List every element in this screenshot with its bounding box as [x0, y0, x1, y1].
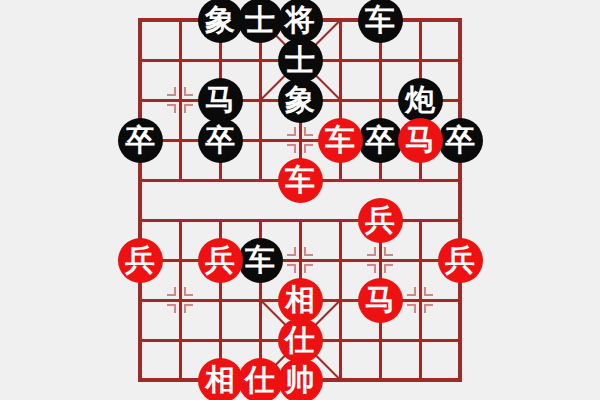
xiangqi-board: 象士将车士马象炮卒卒卒卒车车马车兵兵兵兵相马仕相仕帅 [0, 0, 600, 400]
piece-black-elephant[interactable]: 象 [278, 78, 323, 123]
piece-red-horse[interactable]: 马 [398, 118, 443, 163]
position-marker [184, 87, 193, 96]
position-marker [167, 87, 176, 96]
position-marker [287, 247, 296, 256]
piece-black-advisor[interactable]: 士 [278, 38, 323, 83]
position-marker [304, 247, 313, 256]
position-marker [367, 247, 376, 256]
position-marker [424, 304, 433, 313]
position-marker [167, 287, 176, 296]
piece-red-elephant[interactable]: 相 [278, 278, 323, 323]
position-marker [304, 144, 313, 153]
position-marker [424, 287, 433, 296]
position-marker [167, 104, 176, 113]
piece-red-general[interactable]: 帅 [278, 358, 323, 400]
piece-red-soldier[interactable]: 兵 [118, 238, 163, 283]
piece-black-general[interactable]: 将 [278, 0, 323, 43]
piece-black-soldier[interactable]: 卒 [438, 118, 483, 163]
piece-black-advisor[interactable]: 士 [238, 0, 283, 43]
piece-black-horse[interactable]: 马 [198, 78, 243, 123]
piece-red-elephant[interactable]: 相 [198, 358, 243, 400]
piece-red-soldier[interactable]: 兵 [358, 198, 403, 243]
piece-black-elephant[interactable]: 象 [198, 0, 243, 43]
piece-red-horse[interactable]: 马 [358, 278, 403, 323]
piece-red-chariot[interactable]: 车 [278, 158, 323, 203]
piece-red-soldier[interactable]: 兵 [198, 238, 243, 283]
piece-black-soldier[interactable]: 卒 [358, 118, 403, 163]
position-marker [384, 247, 393, 256]
piece-black-cannon[interactable]: 炮 [398, 78, 443, 123]
board-file-line [179, 20, 182, 180]
piece-red-soldier[interactable]: 兵 [438, 238, 483, 283]
position-marker [304, 127, 313, 136]
piece-black-soldier[interactable]: 卒 [198, 118, 243, 163]
position-marker [184, 287, 193, 296]
position-marker [184, 104, 193, 113]
piece-black-soldier[interactable]: 卒 [118, 118, 163, 163]
piece-red-chariot[interactable]: 车 [318, 118, 363, 163]
position-marker [304, 264, 313, 273]
position-marker [287, 144, 296, 153]
piece-red-advisor[interactable]: 仕 [238, 358, 283, 400]
position-marker [184, 304, 193, 313]
board-file-line [419, 220, 422, 380]
position-marker [407, 304, 416, 313]
piece-black-chariot[interactable]: 车 [238, 238, 283, 283]
piece-red-advisor[interactable]: 仕 [278, 318, 323, 363]
position-marker [367, 264, 376, 273]
position-marker [407, 287, 416, 296]
piece-black-chariot[interactable]: 车 [358, 0, 403, 43]
position-marker [384, 264, 393, 273]
board-file-line [179, 220, 182, 380]
position-marker [287, 127, 296, 136]
position-marker [287, 264, 296, 273]
position-marker [167, 304, 176, 313]
